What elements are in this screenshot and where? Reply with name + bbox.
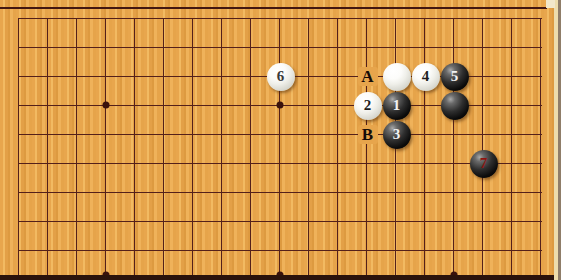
stones-layer: 6A4521B37 (5, 4, 556, 280)
point-R14: 7 (469, 149, 498, 178)
move-number: 3 (393, 127, 401, 142)
point-O16: 1 (382, 91, 411, 120)
stone-black-5: 5 (441, 63, 469, 91)
point-label-A: A (358, 67, 378, 86)
move-number: 1 (393, 98, 401, 113)
point-K17: 6 (266, 62, 295, 91)
move-number: 5 (451, 69, 459, 84)
stone-black-7: 7 (470, 150, 498, 178)
go-board-surface[interactable]: 6A4521B37 (0, 0, 554, 280)
point-P17: 4 (411, 62, 440, 91)
stone-white-6: 6 (267, 63, 295, 91)
point-N16: 2 (353, 91, 382, 120)
move-number: 7 (480, 156, 488, 171)
stone-black-1: 1 (383, 92, 411, 120)
move-number: 6 (277, 69, 285, 84)
point-Q16 (440, 91, 469, 120)
point-N17: A (353, 62, 382, 91)
point-N15: B (353, 120, 382, 149)
point-label-B: B (358, 125, 378, 144)
stone-white-4: 4 (412, 63, 440, 91)
stone-white-O17 (383, 63, 411, 91)
point-O17 (382, 62, 411, 91)
stone-black-Q16 (441, 92, 469, 120)
point-O15: 3 (382, 120, 411, 149)
stone-black-3: 3 (383, 121, 411, 149)
stone-white-2: 2 (354, 92, 382, 120)
move-number: 2 (364, 98, 372, 113)
point-Q17: 5 (440, 62, 469, 91)
move-number: 4 (422, 69, 430, 84)
go-diagram-page: 6A4521B37 (0, 0, 561, 280)
